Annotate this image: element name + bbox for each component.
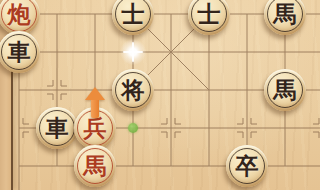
piece-red-soldier[interactable]: 兵	[74, 107, 116, 149]
piece-red-cannon[interactable]: 炮	[0, 0, 40, 35]
piece-black-general[interactable]: 将	[112, 69, 154, 111]
piece-black-advisor[interactable]: 士	[188, 0, 230, 35]
piece-black-horse[interactable]: 馬	[264, 69, 306, 111]
piece-black-horse[interactable]: 馬	[264, 0, 306, 35]
piece-black-chariot[interactable]: 車	[36, 107, 78, 149]
sparkle-highlight-marker	[120, 39, 146, 65]
piece-black-soldier[interactable]: 卒	[226, 145, 268, 187]
pieces-layer: 炮士士馬車将馬車兵馬卒	[0, 0, 320, 185]
piece-red-horse[interactable]: 馬	[74, 145, 116, 187]
xiangqi-board: 炮士士馬車将馬車兵馬卒	[0, 0, 320, 190]
piece-black-advisor[interactable]: 士	[112, 0, 154, 35]
piece-black-chariot[interactable]: 車	[0, 31, 40, 73]
move-hint-dot[interactable]	[128, 123, 138, 133]
